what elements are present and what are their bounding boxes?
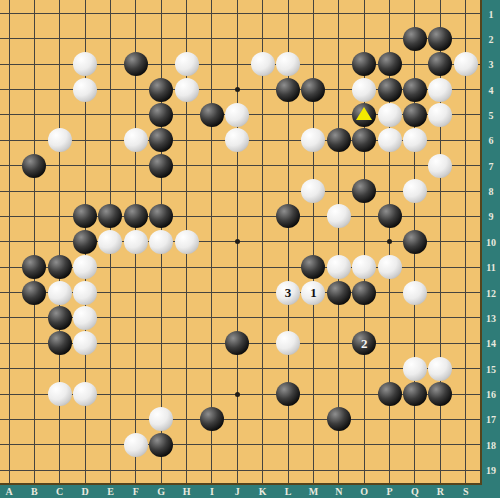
stone-black-move-2-O14[interactable]: 2 <box>352 331 376 355</box>
stone-white-M6[interactable] <box>301 128 325 152</box>
stone-black-G9[interactable] <box>149 204 173 228</box>
row-label-12: 12 <box>486 287 496 298</box>
stone-white-S3[interactable] <box>454 52 478 76</box>
stone-black-L4[interactable] <box>276 78 300 102</box>
column-label-H: H <box>183 486 191 497</box>
star-point <box>235 87 240 92</box>
stone-black-Q10[interactable] <box>403 230 427 254</box>
stone-white-O4[interactable] <box>352 78 376 102</box>
star-point <box>235 392 240 397</box>
column-label-Q: Q <box>411 486 419 497</box>
stone-black-N17[interactable] <box>327 407 351 431</box>
grid-line-vertical <box>313 0 314 483</box>
stone-black-M11[interactable] <box>301 255 325 279</box>
stone-white-D12[interactable] <box>73 281 97 305</box>
stone-white-K3[interactable] <box>251 52 275 76</box>
stone-black-G7[interactable] <box>149 154 173 178</box>
stone-white-E10[interactable] <box>98 230 122 254</box>
stone-white-D13[interactable] <box>73 306 97 330</box>
triangle-marker <box>356 107 372 120</box>
stone-black-P4[interactable] <box>378 78 402 102</box>
row-label-17: 17 <box>486 414 496 425</box>
stone-black-L16[interactable] <box>276 382 300 406</box>
stone-white-R5[interactable] <box>428 103 452 127</box>
row-label-1: 1 <box>489 8 494 19</box>
stone-white-N9[interactable] <box>327 204 351 228</box>
stone-white-H10[interactable] <box>175 230 199 254</box>
stone-black-N12[interactable] <box>327 281 351 305</box>
stone-white-D11[interactable] <box>73 255 97 279</box>
stone-black-M4[interactable] <box>301 78 325 102</box>
stone-white-C12[interactable] <box>48 281 72 305</box>
stone-white-J6[interactable] <box>225 128 249 152</box>
row-label-8: 8 <box>489 186 494 197</box>
grid-line-horizontal <box>0 267 480 268</box>
stone-black-G4[interactable] <box>149 78 173 102</box>
row-label-11: 11 <box>486 262 495 273</box>
stone-black-O12[interactable] <box>352 281 376 305</box>
stone-black-L9[interactable] <box>276 204 300 228</box>
stone-black-O6[interactable] <box>352 128 376 152</box>
grid-line-horizontal <box>0 444 480 445</box>
stone-white-L14[interactable] <box>276 331 300 355</box>
stone-black-P9[interactable] <box>378 204 402 228</box>
stone-white-L3[interactable] <box>276 52 300 76</box>
stone-white-P6[interactable] <box>378 128 402 152</box>
stone-white-F18[interactable] <box>124 433 148 457</box>
stone-black-R16[interactable] <box>428 382 452 406</box>
column-label-F: F <box>133 486 139 497</box>
stone-white-H4[interactable] <box>175 78 199 102</box>
stone-white-R4[interactable] <box>428 78 452 102</box>
stone-black-P16[interactable] <box>378 382 402 406</box>
column-label-A: A <box>5 486 12 497</box>
row-label-18: 18 <box>486 439 496 450</box>
stone-black-D10[interactable] <box>73 230 97 254</box>
stone-white-Q6[interactable] <box>403 128 427 152</box>
column-label-J: J <box>235 486 240 497</box>
column-label-N: N <box>335 486 342 497</box>
stone-white-R15[interactable] <box>428 357 452 381</box>
stone-black-Q5[interactable] <box>403 103 427 127</box>
row-label-6: 6 <box>489 135 494 146</box>
stone-white-D3[interactable] <box>73 52 97 76</box>
stone-black-C13[interactable] <box>48 306 72 330</box>
stone-black-O3[interactable] <box>352 52 376 76</box>
stone-black-R2[interactable] <box>428 27 452 51</box>
star-point <box>235 239 240 244</box>
row-label-4: 4 <box>489 84 494 95</box>
row-label-5: 5 <box>489 109 494 120</box>
row-label-19: 19 <box>486 465 496 476</box>
column-coordinate-strip: ABCDEFGHIJKLMNOPQRS <box>0 485 500 498</box>
grid-line-horizontal <box>0 13 480 14</box>
row-label-10: 10 <box>486 236 496 247</box>
stone-white-F10[interactable] <box>124 230 148 254</box>
row-label-7: 7 <box>489 160 494 171</box>
stone-white-O11[interactable] <box>352 255 376 279</box>
stone-white-H3[interactable] <box>175 52 199 76</box>
column-label-L: L <box>285 486 292 497</box>
grid-line-horizontal <box>0 470 480 471</box>
stone-black-B11[interactable] <box>22 255 46 279</box>
stone-black-F3[interactable] <box>124 52 148 76</box>
stone-black-G6[interactable] <box>149 128 173 152</box>
stone-white-P11[interactable] <box>378 255 402 279</box>
stone-white-C16[interactable] <box>48 382 72 406</box>
stone-black-I5[interactable] <box>200 103 224 127</box>
stone-white-G10[interactable] <box>149 230 173 254</box>
stone-black-R3[interactable] <box>428 52 452 76</box>
stone-black-I17[interactable] <box>200 407 224 431</box>
row-label-3: 3 <box>489 59 494 70</box>
stone-white-D16[interactable] <box>73 382 97 406</box>
stone-white-R7[interactable] <box>428 154 452 178</box>
stone-black-C14[interactable] <box>48 331 72 355</box>
stone-black-E9[interactable] <box>98 204 122 228</box>
column-label-I: I <box>210 486 214 497</box>
row-coordinate-strip: 12345678910111213141516171819 <box>482 0 500 498</box>
stone-black-Q2[interactable] <box>403 27 427 51</box>
stone-white-P5[interactable] <box>378 103 402 127</box>
grid-line-horizontal <box>0 165 480 166</box>
column-label-K: K <box>259 486 267 497</box>
stone-black-D9[interactable] <box>73 204 97 228</box>
column-label-B: B <box>31 486 38 497</box>
stone-white-Q8[interactable] <box>403 179 427 203</box>
stone-black-F9[interactable] <box>124 204 148 228</box>
go-board[interactable]: 312 <box>0 0 482 485</box>
column-label-O: O <box>360 486 368 497</box>
stone-white-D4[interactable] <box>73 78 97 102</box>
grid-line-horizontal <box>0 419 480 420</box>
column-label-S: S <box>463 486 469 497</box>
row-label-2: 2 <box>489 33 494 44</box>
stone-black-Q4[interactable] <box>403 78 427 102</box>
stone-white-Q15[interactable] <box>403 357 427 381</box>
column-label-C: C <box>56 486 63 497</box>
stone-white-J5[interactable] <box>225 103 249 127</box>
column-label-M: M <box>309 486 318 497</box>
stone-black-N6[interactable] <box>327 128 351 152</box>
stone-black-C11[interactable] <box>48 255 72 279</box>
column-label-D: D <box>81 486 88 497</box>
row-label-9: 9 <box>489 211 494 222</box>
stone-white-M8[interactable] <box>301 179 325 203</box>
column-label-R: R <box>437 486 444 497</box>
stone-white-N11[interactable] <box>327 255 351 279</box>
stone-black-G5[interactable] <box>149 103 173 127</box>
stone-black-G18[interactable] <box>149 433 173 457</box>
go-app-window: 312 12345678910111213141516171819 ABCDEF… <box>0 0 500 498</box>
grid-line-horizontal <box>0 64 480 65</box>
stone-black-B12[interactable] <box>22 281 46 305</box>
column-label-P: P <box>386 486 392 497</box>
stone-black-P3[interactable] <box>378 52 402 76</box>
stone-white-move-1-M12[interactable]: 1 <box>301 281 325 305</box>
stone-white-F6[interactable] <box>124 128 148 152</box>
star-point <box>387 239 392 244</box>
stone-black-B7[interactable] <box>22 154 46 178</box>
row-label-13: 13 <box>486 312 496 323</box>
stone-black-Q16[interactable] <box>403 382 427 406</box>
grid-line-horizontal <box>0 216 480 217</box>
stone-black-O8[interactable] <box>352 179 376 203</box>
grid-line-horizontal <box>0 317 480 318</box>
row-label-14: 14 <box>486 338 496 349</box>
stone-white-D14[interactable] <box>73 331 97 355</box>
stone-black-J14[interactable] <box>225 331 249 355</box>
row-label-16: 16 <box>486 389 496 400</box>
column-label-E: E <box>107 486 114 497</box>
stone-white-Q12[interactable] <box>403 281 427 305</box>
column-label-G: G <box>157 486 165 497</box>
stone-white-C6[interactable] <box>48 128 72 152</box>
stone-white-move-3-L12[interactable]: 3 <box>276 281 300 305</box>
row-label-15: 15 <box>486 363 496 374</box>
stone-white-G17[interactable] <box>149 407 173 431</box>
